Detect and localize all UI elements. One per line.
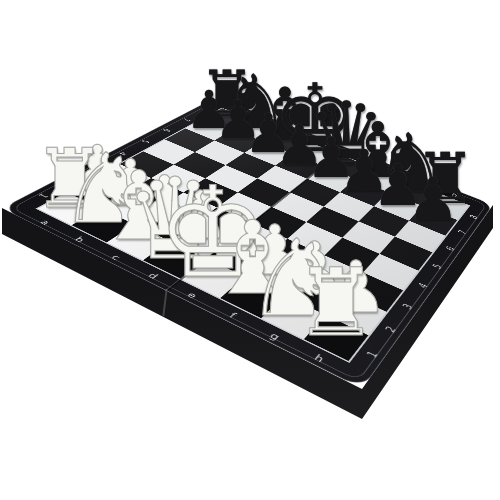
chess-set-photo: aa11bb22cc33dd44ee55ff66gg77hh88 ♜♟♞♟♝♟♚… — [0, 0, 500, 500]
piece-white-rook[interactable]: ♜ — [294, 256, 378, 350]
piece-black-pawn[interactable]: ♟ — [407, 170, 459, 228]
pieces-layer: ♜♟♞♟♝♟♚♟♛♟♝♞♟♟♜♟♟♜♟♟♞♟♝♟♛♟♚♟♝♟♞♜ — [0, 0, 500, 500]
